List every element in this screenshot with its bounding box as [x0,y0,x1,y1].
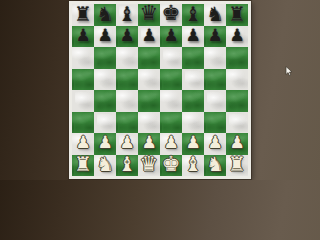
chess-board-frame: ♜♞♝♛♚♝♞♜♟♟♟♟♟♟♟♟♟♟♟♟♟♟♟♟♜♞♝♛♚♝♞♜ [69,1,251,179]
square-g7[interactable]: ♟ [204,26,226,48]
piece-white-knight[interactable]: ♞ [206,154,224,174]
square-f3[interactable] [182,112,204,134]
piece-black-pawn[interactable]: ♟ [75,27,90,44]
square-h8[interactable]: ♜ [226,4,248,26]
square-f8[interactable]: ♝ [182,4,204,26]
square-a6[interactable] [72,47,94,69]
piece-black-bishop[interactable]: ♝ [118,4,136,24]
piece-white-bishop[interactable]: ♝ [184,154,202,174]
square-g5[interactable] [204,69,226,91]
piece-white-pawn[interactable]: ♟ [119,134,134,151]
piece-black-knight[interactable]: ♞ [96,4,114,24]
square-a3[interactable] [72,112,94,134]
piece-white-pawn[interactable]: ♟ [75,134,90,151]
piece-black-rook[interactable]: ♜ [74,4,92,24]
piece-black-pawn[interactable]: ♟ [141,27,156,44]
piece-black-pawn[interactable]: ♟ [207,27,222,44]
square-d8[interactable]: ♛ [138,4,160,26]
square-d5[interactable] [138,69,160,91]
square-g6[interactable] [204,47,226,69]
square-h1[interactable]: ♜ [226,155,248,177]
square-a1[interactable]: ♜ [72,155,94,177]
square-f1[interactable]: ♝ [182,155,204,177]
square-f4[interactable] [182,90,204,112]
piece-black-pawn[interactable]: ♟ [185,27,200,44]
square-b8[interactable]: ♞ [94,4,116,26]
piece-white-knight[interactable]: ♞ [96,154,114,174]
square-g1[interactable]: ♞ [204,155,226,177]
piece-white-rook[interactable]: ♜ [228,154,246,174]
piece-white-pawn[interactable]: ♟ [97,134,112,151]
square-h3[interactable] [226,112,248,134]
square-g3[interactable] [204,112,226,134]
mouse-cursor-icon [285,62,293,73]
square-b6[interactable] [94,47,116,69]
square-c3[interactable] [116,112,138,134]
square-e5[interactable] [160,69,182,91]
square-d6[interactable] [138,47,160,69]
square-d7[interactable]: ♟ [138,26,160,48]
square-e4[interactable] [160,90,182,112]
square-h6[interactable] [226,47,248,69]
square-f5[interactable] [182,69,204,91]
piece-white-king[interactable]: ♚ [162,154,181,175]
piece-white-rook[interactable]: ♜ [74,154,92,174]
square-c8[interactable]: ♝ [116,4,138,26]
square-a4[interactable] [72,90,94,112]
piece-black-rook[interactable]: ♜ [228,4,246,24]
piece-black-pawn[interactable]: ♟ [229,27,244,44]
chess-app-screen: { "game": "chess", "position": "rnbqkbnr… [0,0,320,180]
square-e3[interactable] [160,112,182,134]
square-b1[interactable]: ♞ [94,155,116,177]
square-h7[interactable]: ♟ [226,26,248,48]
square-a7[interactable]: ♟ [72,26,94,48]
square-c5[interactable] [116,69,138,91]
piece-white-pawn[interactable]: ♟ [141,134,156,151]
square-e1[interactable]: ♚ [160,155,182,177]
piece-white-bishop[interactable]: ♝ [118,154,136,174]
square-h4[interactable] [226,90,248,112]
square-d3[interactable] [138,112,160,134]
square-c1[interactable]: ♝ [116,155,138,177]
square-h5[interactable] [226,69,248,91]
square-g4[interactable] [204,90,226,112]
square-b3[interactable] [94,112,116,134]
piece-white-pawn[interactable]: ♟ [163,134,178,151]
square-b4[interactable] [94,90,116,112]
piece-black-queen[interactable]: ♛ [140,3,159,24]
piece-white-queen[interactable]: ♛ [140,154,159,175]
square-g8[interactable]: ♞ [204,4,226,26]
square-c7[interactable]: ♟ [116,26,138,48]
piece-black-bishop[interactable]: ♝ [184,4,202,24]
piece-white-pawn[interactable]: ♟ [185,134,200,151]
square-f6[interactable] [182,47,204,69]
square-f7[interactable]: ♟ [182,26,204,48]
square-b5[interactable] [94,69,116,91]
square-e6[interactable] [160,47,182,69]
piece-white-pawn[interactable]: ♟ [229,134,244,151]
square-b7[interactable]: ♟ [94,26,116,48]
square-c6[interactable] [116,47,138,69]
chess-board: ♜♞♝♛♚♝♞♜♟♟♟♟♟♟♟♟♟♟♟♟♟♟♟♟♜♞♝♛♚♝♞♜ [72,4,248,176]
square-e8[interactable]: ♚ [160,4,182,26]
square-a8[interactable]: ♜ [72,4,94,26]
piece-white-pawn[interactable]: ♟ [207,134,222,151]
square-c4[interactable] [116,90,138,112]
piece-black-pawn[interactable]: ♟ [97,27,112,44]
piece-black-pawn[interactable]: ♟ [163,27,178,44]
square-d4[interactable] [138,90,160,112]
square-d1[interactable]: ♛ [138,155,160,177]
square-e7[interactable]: ♟ [160,26,182,48]
square-a5[interactable] [72,69,94,91]
piece-black-knight[interactable]: ♞ [206,4,224,24]
piece-black-pawn[interactable]: ♟ [119,27,134,44]
piece-black-king[interactable]: ♚ [162,3,181,24]
